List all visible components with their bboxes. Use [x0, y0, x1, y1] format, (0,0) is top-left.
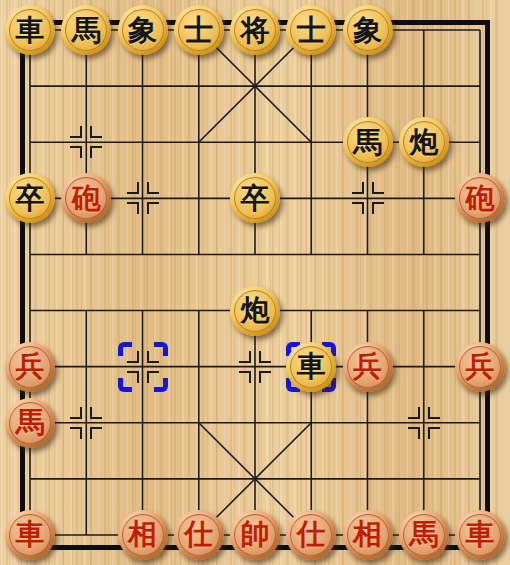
piece-black-soldier[interactable]: 卒 — [230, 173, 280, 223]
piece-glyph: 車 — [5, 510, 55, 560]
corner-mark — [239, 351, 251, 363]
piece-black-horse[interactable]: 馬 — [343, 117, 393, 167]
piece-red-soldier[interactable]: 兵 — [5, 342, 55, 392]
corner-mark — [147, 202, 159, 214]
piece-black-advisor[interactable]: 士 — [286, 5, 336, 55]
piece-black-cannon[interactable]: 炮 — [230, 286, 280, 336]
corner-mark — [90, 427, 102, 439]
piece-glyph: 象 — [343, 5, 393, 55]
piece-black-chariot[interactable]: 車 — [5, 5, 55, 55]
piece-red-horse[interactable]: 馬 — [5, 398, 55, 448]
piece-glyph: 象 — [118, 5, 168, 55]
corner-mark — [70, 126, 82, 138]
corner-mark — [127, 182, 139, 194]
piece-black-soldier[interactable]: 卒 — [5, 173, 55, 223]
corner-mark — [428, 407, 440, 419]
corner-mark — [372, 202, 384, 214]
piece-glyph: 帥 — [230, 510, 280, 560]
piece-glyph: 兵 — [343, 342, 393, 392]
piece-red-advisor[interactable]: 仕 — [286, 510, 336, 560]
corner-mark — [70, 146, 82, 158]
piece-black-elephant[interactable]: 象 — [118, 5, 168, 55]
piece-red-chariot[interactable]: 車 — [455, 510, 505, 560]
piece-red-soldier[interactable]: 兵 — [455, 342, 505, 392]
xiangqi-board[interactable]: 車馬象士将士象馬炮卒卒炮車砲砲兵兵兵馬車相仕帥仕相馬車 — [0, 0, 510, 565]
corner-mark — [90, 407, 102, 419]
corner-mark — [259, 351, 271, 363]
corner-mark — [154, 342, 168, 356]
piece-glyph: 車 — [5, 5, 55, 55]
piece-red-cannon[interactable]: 砲 — [455, 173, 505, 223]
piece-glyph: 士 — [286, 5, 336, 55]
piece-glyph: 馬 — [5, 398, 55, 448]
corner-mark — [118, 378, 132, 392]
corner-mark — [428, 427, 440, 439]
piece-glyph: 砲 — [455, 173, 505, 223]
corner-mark — [90, 146, 102, 158]
piece-glyph: 馬 — [399, 510, 449, 560]
corner-mark — [259, 371, 271, 383]
piece-glyph: 将 — [230, 5, 280, 55]
piece-glyph: 炮 — [230, 286, 280, 336]
piece-red-cannon[interactable]: 砲 — [61, 173, 111, 223]
piece-glyph: 相 — [118, 510, 168, 560]
piece-black-general[interactable]: 将 — [230, 5, 280, 55]
corner-mark — [408, 407, 420, 419]
corner-mark — [352, 182, 364, 194]
piece-red-horse[interactable]: 馬 — [399, 510, 449, 560]
piece-glyph: 卒 — [230, 173, 280, 223]
piece-red-general[interactable]: 帥 — [230, 510, 280, 560]
piece-glyph: 炮 — [399, 117, 449, 167]
piece-red-advisor[interactable]: 仕 — [174, 510, 224, 560]
piece-glyph: 兵 — [5, 342, 55, 392]
corner-mark — [154, 378, 168, 392]
piece-glyph: 士 — [174, 5, 224, 55]
piece-black-advisor[interactable]: 士 — [174, 5, 224, 55]
corner-mark — [70, 427, 82, 439]
piece-glyph: 仕 — [286, 510, 336, 560]
piece-black-cannon[interactable]: 炮 — [399, 117, 449, 167]
piece-red-chariot[interactable]: 車 — [5, 510, 55, 560]
piece-glyph: 卒 — [5, 173, 55, 223]
piece-glyph: 相 — [343, 510, 393, 560]
piece-black-horse[interactable]: 馬 — [61, 5, 111, 55]
piece-glyph: 馬 — [61, 5, 111, 55]
corner-mark — [90, 126, 102, 138]
piece-black-chariot[interactable]: 車 — [286, 342, 336, 392]
piece-red-soldier[interactable]: 兵 — [343, 342, 393, 392]
piece-red-elephant[interactable]: 相 — [118, 510, 168, 560]
corner-mark — [147, 182, 159, 194]
piece-glyph: 車 — [455, 510, 505, 560]
piece-glyph: 砲 — [61, 173, 111, 223]
corner-mark — [239, 371, 251, 383]
corner-mark — [118, 342, 132, 356]
corner-mark — [352, 202, 364, 214]
piece-black-elephant[interactable]: 象 — [343, 5, 393, 55]
piece-glyph: 馬 — [343, 117, 393, 167]
corner-mark — [127, 202, 139, 214]
piece-glyph: 車 — [286, 342, 336, 392]
board-grid-lines — [0, 0, 510, 565]
piece-glyph: 兵 — [455, 342, 505, 392]
piece-red-elephant[interactable]: 相 — [343, 510, 393, 560]
corner-mark — [372, 182, 384, 194]
piece-glyph: 仕 — [174, 510, 224, 560]
corner-mark — [408, 427, 420, 439]
corner-mark — [70, 407, 82, 419]
